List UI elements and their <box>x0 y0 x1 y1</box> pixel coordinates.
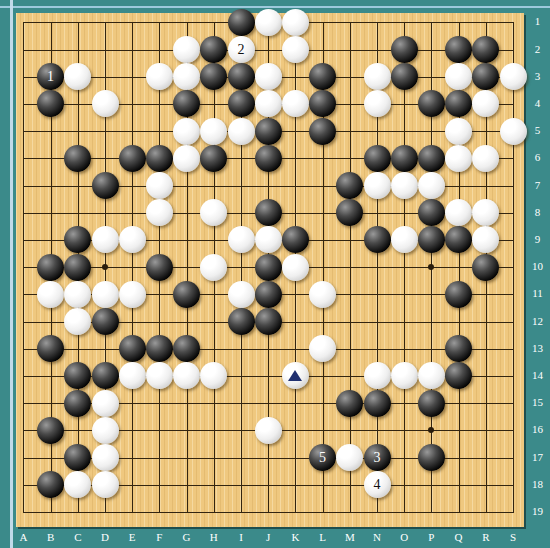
col-label-K: K <box>291 531 299 543</box>
grid-line-h <box>23 512 514 513</box>
stone-P7[interactable] <box>418 172 445 199</box>
stone-R9[interactable] <box>472 226 499 253</box>
stone-L4[interactable] <box>309 90 336 117</box>
row-label-5: 5 <box>527 124 548 136</box>
stone-J9[interactable] <box>255 226 282 253</box>
stone-G6[interactable] <box>173 145 200 172</box>
stone-P17[interactable] <box>418 444 445 471</box>
stone-M15[interactable] <box>336 390 363 417</box>
stone-N4[interactable] <box>364 90 391 117</box>
col-label-N: N <box>373 531 381 543</box>
col-label-R: R <box>482 531 489 543</box>
stone-R4[interactable] <box>472 90 499 117</box>
stone-J3[interactable] <box>255 63 282 90</box>
row-label-6: 6 <box>527 151 548 163</box>
grid-line-v <box>513 22 514 513</box>
stone-K10[interactable] <box>282 254 309 281</box>
stone-Q9[interactable] <box>445 226 472 253</box>
stone-H14[interactable] <box>200 362 227 389</box>
stone-P4[interactable] <box>418 90 445 117</box>
stone-D14[interactable] <box>92 362 119 389</box>
stone-R2[interactable] <box>472 36 499 63</box>
stone-L13[interactable] <box>309 335 336 362</box>
grid-line-h <box>23 349 514 350</box>
stone-J4[interactable] <box>255 90 282 117</box>
col-label-M: M <box>345 531 355 543</box>
stone-D7[interactable] <box>92 172 119 199</box>
stone-Q4[interactable] <box>445 90 472 117</box>
stone-S3[interactable] <box>500 63 527 90</box>
stone-C11[interactable] <box>64 281 91 308</box>
stone-I4[interactable] <box>228 90 255 117</box>
grid-line-v <box>404 22 405 513</box>
stone-I2[interactable]: 2 <box>228 36 255 63</box>
stone-D11[interactable] <box>92 281 119 308</box>
row-label-3: 3 <box>527 70 548 82</box>
stone-G11[interactable] <box>173 281 200 308</box>
stone-J1[interactable] <box>255 9 282 36</box>
row-label-2: 2 <box>527 43 548 55</box>
col-label-H: H <box>210 531 218 543</box>
stone-Q5[interactable] <box>445 118 472 145</box>
stone-Q3[interactable] <box>445 63 472 90</box>
stone-L3[interactable] <box>309 63 336 90</box>
stone-B16[interactable] <box>37 417 64 444</box>
stone-I3[interactable] <box>228 63 255 90</box>
stone-P15[interactable] <box>418 390 445 417</box>
stone-H6[interactable] <box>200 145 227 172</box>
stone-H10[interactable] <box>200 254 227 281</box>
stone-H8[interactable] <box>200 199 227 226</box>
stone-B10[interactable] <box>37 254 64 281</box>
stone-B3[interactable]: 1 <box>37 63 64 90</box>
stone-N18[interactable]: 4 <box>364 471 391 498</box>
stone-I5[interactable] <box>228 118 255 145</box>
stone-E11[interactable] <box>119 281 146 308</box>
stone-M17[interactable] <box>336 444 363 471</box>
stone-G5[interactable] <box>173 118 200 145</box>
stone-F7[interactable] <box>146 172 173 199</box>
stone-R3[interactable] <box>472 63 499 90</box>
move-number-label: 4 <box>374 478 381 492</box>
grid-line-v <box>350 22 351 513</box>
stone-E13[interactable] <box>119 335 146 362</box>
col-label-O: O <box>400 531 408 543</box>
row-label-9: 9 <box>527 233 548 245</box>
stone-C3[interactable] <box>64 63 91 90</box>
row-label-15: 15 <box>527 396 548 408</box>
stone-J16[interactable] <box>255 417 282 444</box>
stone-D17[interactable] <box>92 444 119 471</box>
stone-L5[interactable] <box>309 118 336 145</box>
col-label-F: F <box>156 531 162 543</box>
stone-N7[interactable] <box>364 172 391 199</box>
stone-G2[interactable] <box>173 36 200 63</box>
stone-L17[interactable]: 5 <box>309 444 336 471</box>
row-label-18: 18 <box>527 478 548 490</box>
row-label-11: 11 <box>527 287 548 299</box>
col-label-Q: Q <box>455 531 463 543</box>
col-label-S: S <box>510 531 516 543</box>
row-label-12: 12 <box>527 315 548 327</box>
stone-I1[interactable] <box>228 9 255 36</box>
stone-G14[interactable] <box>173 362 200 389</box>
stone-C15[interactable] <box>64 390 91 417</box>
move-number-label: 5 <box>319 451 326 465</box>
row-label-8: 8 <box>527 206 548 218</box>
stone-B18[interactable] <box>37 471 64 498</box>
stone-C6[interactable] <box>64 145 91 172</box>
star-point <box>102 264 108 270</box>
col-label-B: B <box>47 531 54 543</box>
stone-D12[interactable] <box>92 308 119 335</box>
stone-I9[interactable] <box>228 226 255 253</box>
stone-J11[interactable] <box>255 281 282 308</box>
row-label-17: 17 <box>527 451 548 463</box>
frame-highlight-left <box>10 0 13 548</box>
stone-C17[interactable] <box>64 444 91 471</box>
stone-H2[interactable] <box>200 36 227 63</box>
stone-C10[interactable] <box>64 254 91 281</box>
stone-B4[interactable] <box>37 90 64 117</box>
stone-F14[interactable] <box>146 362 173 389</box>
stone-K1[interactable] <box>282 9 309 36</box>
row-label-14: 14 <box>527 369 548 381</box>
stone-N17[interactable]: 3 <box>364 444 391 471</box>
stone-O3[interactable] <box>391 63 418 90</box>
col-label-P: P <box>428 531 434 543</box>
stone-E9[interactable] <box>119 226 146 253</box>
col-label-L: L <box>319 531 326 543</box>
stone-G4[interactable] <box>173 90 200 117</box>
stone-K14[interactable] <box>282 362 309 389</box>
stone-R10[interactable] <box>472 254 499 281</box>
col-label-G: G <box>183 531 191 543</box>
row-label-13: 13 <box>527 342 548 354</box>
star-point <box>428 264 434 270</box>
stone-I12[interactable] <box>228 308 255 335</box>
move-number-label: 1 <box>47 70 54 84</box>
stone-M8[interactable] <box>336 199 363 226</box>
stone-F6[interactable] <box>146 145 173 172</box>
stone-O6[interactable] <box>391 145 418 172</box>
stone-Q2[interactable] <box>445 36 472 63</box>
stone-S5[interactable] <box>500 118 527 145</box>
stone-K2[interactable] <box>282 36 309 63</box>
stone-B11[interactable] <box>37 281 64 308</box>
stone-K9[interactable] <box>282 226 309 253</box>
frame-highlight-top <box>0 6 550 8</box>
stone-J6[interactable] <box>255 145 282 172</box>
stone-H5[interactable] <box>200 118 227 145</box>
stone-E6[interactable] <box>119 145 146 172</box>
stone-D4[interactable] <box>92 90 119 117</box>
stone-D9[interactable] <box>92 226 119 253</box>
stone-K4[interactable] <box>282 90 309 117</box>
stone-O2[interactable] <box>391 36 418 63</box>
goban[interactable]: 21534 <box>16 13 524 527</box>
stone-O7[interactable] <box>391 172 418 199</box>
col-label-D: D <box>101 531 109 543</box>
stone-O9[interactable] <box>391 226 418 253</box>
stone-P9[interactable] <box>418 226 445 253</box>
stone-Q14[interactable] <box>445 362 472 389</box>
go-diagram-window: 21534 ABCDEFGHIJKLMNOPQRS 12345678910111… <box>0 0 550 548</box>
stone-Q13[interactable] <box>445 335 472 362</box>
move-number-label: 3 <box>374 451 381 465</box>
stone-C9[interactable] <box>64 226 91 253</box>
row-label-10: 10 <box>527 260 548 272</box>
stone-Q11[interactable] <box>445 281 472 308</box>
stone-F3[interactable] <box>146 63 173 90</box>
row-label-16: 16 <box>527 423 548 435</box>
stone-F13[interactable] <box>146 335 173 362</box>
stone-R6[interactable] <box>472 145 499 172</box>
stone-J5[interactable] <box>255 118 282 145</box>
move-number-label: 2 <box>238 43 245 57</box>
stone-R8[interactable] <box>472 199 499 226</box>
stone-Q8[interactable] <box>445 199 472 226</box>
stone-N6[interactable] <box>364 145 391 172</box>
stone-E14[interactable] <box>119 362 146 389</box>
stone-H3[interactable] <box>200 63 227 90</box>
stone-F10[interactable] <box>146 254 173 281</box>
col-label-E: E <box>129 531 136 543</box>
stone-C12[interactable] <box>64 308 91 335</box>
triangle-marker-icon <box>288 370 302 381</box>
stone-M7[interactable] <box>336 172 363 199</box>
stone-J12[interactable] <box>255 308 282 335</box>
col-label-I: I <box>239 531 243 543</box>
stone-I11[interactable] <box>228 281 255 308</box>
stone-Q6[interactable] <box>445 145 472 172</box>
stone-F8[interactable] <box>146 199 173 226</box>
stone-P6[interactable] <box>418 145 445 172</box>
row-label-19: 19 <box>527 505 548 517</box>
stone-L11[interactable] <box>309 281 336 308</box>
col-label-J: J <box>266 531 270 543</box>
stone-P8[interactable] <box>418 199 445 226</box>
stone-G3[interactable] <box>173 63 200 90</box>
stone-D16[interactable] <box>92 417 119 444</box>
stone-N9[interactable] <box>364 226 391 253</box>
stone-N3[interactable] <box>364 63 391 90</box>
stone-G13[interactable] <box>173 335 200 362</box>
stone-N14[interactable] <box>364 362 391 389</box>
stone-J8[interactable] <box>255 199 282 226</box>
col-label-C: C <box>74 531 81 543</box>
stone-N15[interactable] <box>364 390 391 417</box>
row-label-4: 4 <box>527 97 548 109</box>
stone-C18[interactable] <box>64 471 91 498</box>
stone-B13[interactable] <box>37 335 64 362</box>
stone-O14[interactable] <box>391 362 418 389</box>
stone-D18[interactable] <box>92 471 119 498</box>
stone-D15[interactable] <box>92 390 119 417</box>
stone-J10[interactable] <box>255 254 282 281</box>
stone-C14[interactable] <box>64 362 91 389</box>
row-label-1: 1 <box>527 15 548 27</box>
col-label-A: A <box>19 531 27 543</box>
stone-P14[interactable] <box>418 362 445 389</box>
row-label-7: 7 <box>527 179 548 191</box>
star-point <box>428 427 434 433</box>
